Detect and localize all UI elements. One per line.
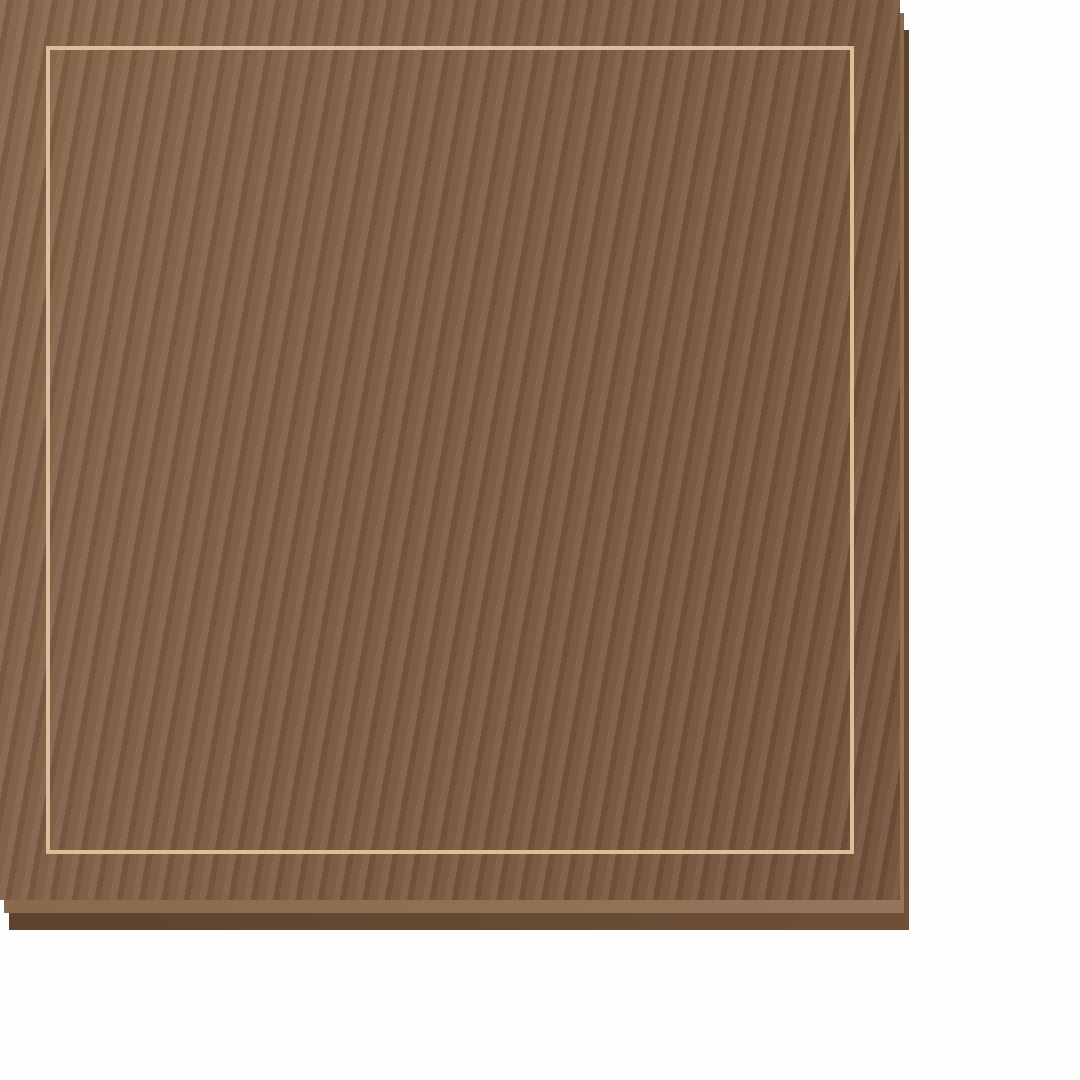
product-photo-stage (0, 0, 1080, 1080)
board-squares (46, 46, 854, 854)
chess-board (0, 0, 900, 900)
board-frame (0, 0, 900, 900)
